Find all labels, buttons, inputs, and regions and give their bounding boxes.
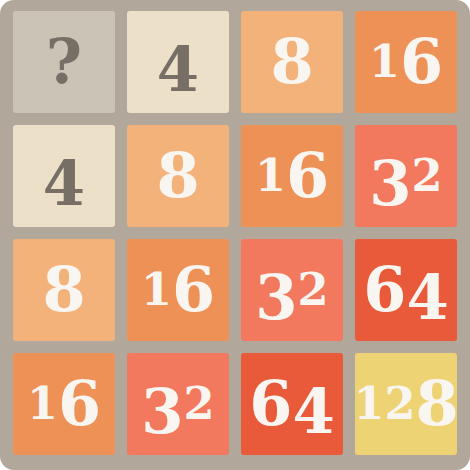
- digit-glyph: 4: [157, 40, 199, 101]
- tile-r2c2: 8: [127, 125, 229, 227]
- digit-glyph: 1: [353, 382, 384, 427]
- digit-glyph: 6: [58, 373, 101, 435]
- digit-glyph: 8: [416, 373, 459, 435]
- tile-r4c4: 128: [355, 353, 457, 455]
- digit-glyph: 6: [286, 145, 329, 207]
- tile-r3c2: 16: [127, 239, 229, 341]
- tile-r3c1: 8: [13, 239, 115, 341]
- digit-glyph: 1: [255, 154, 286, 199]
- digit-glyph: 2: [298, 268, 329, 313]
- tile-r2c4: 32: [355, 125, 457, 227]
- tile-r3c3: 32: [241, 239, 343, 341]
- digit-glyph: 8: [270, 31, 313, 93]
- tile-r1c4: 16: [355, 11, 457, 113]
- digit-glyph: 2: [184, 382, 215, 427]
- digit-glyph: 4: [292, 382, 334, 443]
- digit-glyph: 3: [255, 268, 297, 329]
- digit-glyph: 3: [369, 154, 411, 215]
- tile-r1c2: 4: [127, 11, 229, 113]
- tile-r4c3: 64: [241, 353, 343, 455]
- digit-glyph: 8: [156, 145, 199, 207]
- digit-glyph: 4: [406, 268, 448, 329]
- digit-glyph: 6: [400, 31, 443, 93]
- tile-r2c3: 16: [241, 125, 343, 227]
- digit-glyph: 6: [172, 259, 215, 321]
- digit-glyph: 2: [412, 154, 443, 199]
- digit-glyph: 1: [27, 382, 58, 427]
- digit-glyph: 1: [369, 40, 400, 85]
- tile-r4c1: 16: [13, 353, 115, 455]
- tile-r4c2: 32: [127, 353, 229, 455]
- tile-r2c1: 4: [13, 125, 115, 227]
- digit-glyph: 3: [141, 382, 183, 443]
- board-2048: ?48164816328163264163264128: [0, 0, 470, 470]
- digit-glyph: 1: [141, 268, 172, 313]
- unknown-tile: ?: [13, 11, 115, 113]
- digit-glyph: 6: [363, 259, 406, 321]
- digit-glyph: 6: [249, 373, 292, 435]
- digit-glyph: 8: [42, 259, 85, 321]
- tile-r1c3: 8: [241, 11, 343, 113]
- tile-r3c4: 64: [355, 239, 457, 341]
- question-mark-glyph: ?: [46, 31, 82, 93]
- digit-glyph: 2: [384, 382, 415, 427]
- digit-glyph: 4: [43, 154, 85, 215]
